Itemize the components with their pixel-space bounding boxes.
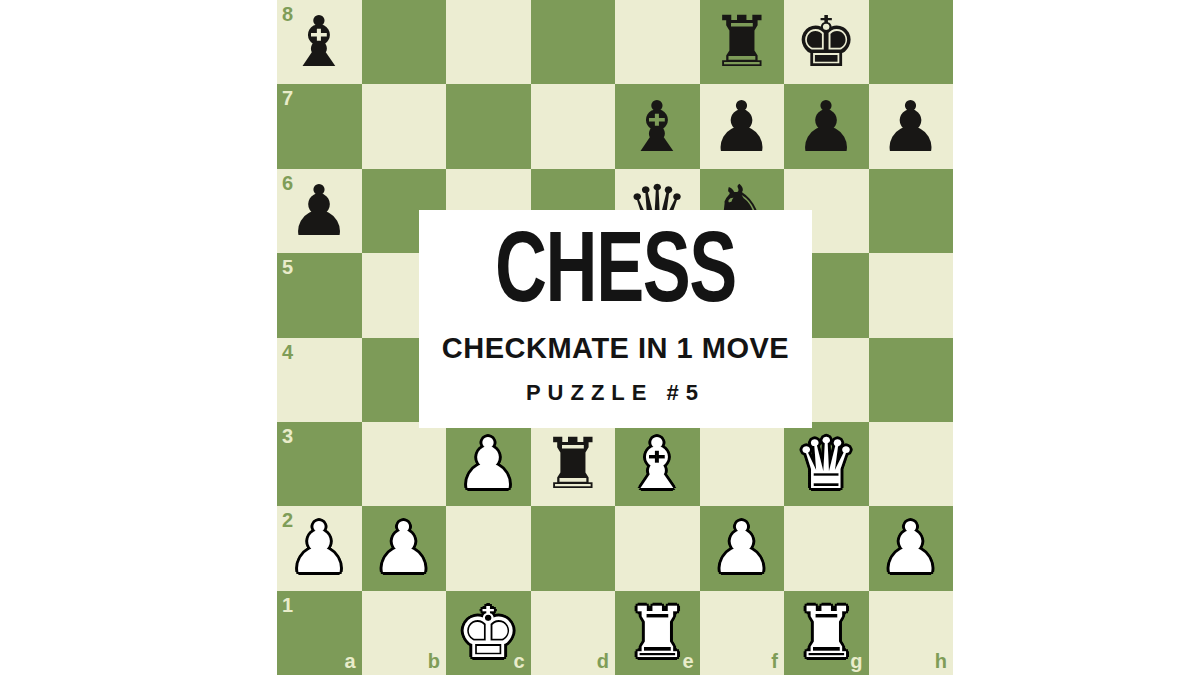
puzzle-title: CHESS <box>474 216 757 316</box>
square-f1: f <box>700 591 785 675</box>
square-a6: 6♟ <box>277 169 362 253</box>
square-c1: c♚ <box>446 591 531 675</box>
piece-black-pawn-f7: ♟ <box>700 84 785 168</box>
rank-label-7: 7 <box>282 88 293 108</box>
square-f8: ♜ <box>700 0 785 84</box>
square-h3 <box>869 422 954 506</box>
rank-label-5: 5 <box>282 257 293 277</box>
square-b1: b <box>362 591 447 675</box>
square-g2 <box>784 506 869 590</box>
piece-white-pawn-a2: ♟ <box>277 506 362 590</box>
piece-white-king-c1: ♚ <box>446 591 531 675</box>
square-e7: ♝ <box>615 84 700 168</box>
square-a3: 3 <box>277 422 362 506</box>
square-g7: ♟ <box>784 84 869 168</box>
square-d1: d <box>531 591 616 675</box>
square-a2: 2♟ <box>277 506 362 590</box>
file-label-d: d <box>597 651 609 671</box>
square-f2: ♟ <box>700 506 785 590</box>
puzzle-number-label: PUZZLE #5 <box>419 380 812 406</box>
square-c3: ♟ <box>446 422 531 506</box>
square-c2 <box>446 506 531 590</box>
piece-black-bishop-e7: ♝ <box>615 84 700 168</box>
piece-white-pawn-f2: ♟ <box>700 506 785 590</box>
square-e2 <box>615 506 700 590</box>
piece-black-bishop-a8: ♝ <box>277 0 362 84</box>
file-label-a: a <box>344 651 355 671</box>
rank-label-3: 3 <box>282 426 293 446</box>
rank-label-1: 1 <box>282 595 293 615</box>
square-d2 <box>531 506 616 590</box>
square-a1: 1a <box>277 591 362 675</box>
piece-white-bishop-e3: ♝ <box>615 422 700 506</box>
square-g3: ♛ <box>784 422 869 506</box>
square-d8 <box>531 0 616 84</box>
square-e8 <box>615 0 700 84</box>
square-g8: ♚ <box>784 0 869 84</box>
piece-black-pawn-g7: ♟ <box>784 84 869 168</box>
square-a4: 4 <box>277 338 362 422</box>
square-a8: 8♝ <box>277 0 362 84</box>
piece-black-pawn-a6: ♟ <box>277 169 362 253</box>
square-f7: ♟ <box>700 84 785 168</box>
square-h5 <box>869 253 954 337</box>
piece-white-pawn-h2: ♟ <box>869 506 954 590</box>
piece-white-pawn-c3: ♟ <box>446 422 531 506</box>
piece-white-rook-g1: ♜ <box>784 591 869 675</box>
file-label-h: h <box>935 651 947 671</box>
square-h4 <box>869 338 954 422</box>
rank-label-4: 4 <box>282 342 293 362</box>
file-label-f: f <box>771 651 778 671</box>
piece-white-queen-g3: ♛ <box>784 422 869 506</box>
file-label-b: b <box>428 651 440 671</box>
square-b3 <box>362 422 447 506</box>
piece-black-pawn-h7: ♟ <box>869 84 954 168</box>
square-d3: ♜ <box>531 422 616 506</box>
square-e3: ♝ <box>615 422 700 506</box>
square-c8 <box>446 0 531 84</box>
piece-black-rook-d3: ♜ <box>531 422 616 506</box>
square-h6 <box>869 169 954 253</box>
square-b8 <box>362 0 447 84</box>
square-h7: ♟ <box>869 84 954 168</box>
piece-black-king-g8: ♚ <box>784 0 869 84</box>
square-f3 <box>700 422 785 506</box>
piece-black-rook-f8: ♜ <box>700 0 785 84</box>
square-h1: h <box>869 591 954 675</box>
square-g1: g♜ <box>784 591 869 675</box>
square-a5: 5 <box>277 253 362 337</box>
square-b7 <box>362 84 447 168</box>
square-e1: e♜ <box>615 591 700 675</box>
square-h2: ♟ <box>869 506 954 590</box>
puzzle-subtitle: CHECKMATE IN 1 MOVE <box>419 332 812 365</box>
piece-white-pawn-b2: ♟ <box>362 506 447 590</box>
piece-white-rook-e1: ♜ <box>615 591 700 675</box>
square-d7 <box>531 84 616 168</box>
square-h8 <box>869 0 954 84</box>
square-c7 <box>446 84 531 168</box>
square-a7: 7 <box>277 84 362 168</box>
square-b2: ♟ <box>362 506 447 590</box>
puzzle-overlay-card: CHESS CHECKMATE IN 1 MOVE PUZZLE #5 <box>419 210 812 428</box>
